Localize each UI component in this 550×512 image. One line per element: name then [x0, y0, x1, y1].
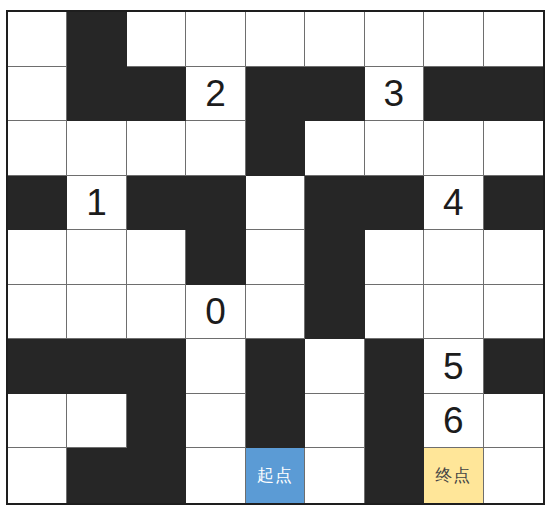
- open-cell-r5c8[interactable]: [484, 285, 543, 340]
- wall-cell-r6c2: [127, 339, 186, 394]
- wall-cell-r6c8: [484, 339, 543, 394]
- open-cell-r2c8[interactable]: [484, 121, 543, 176]
- number-cell-0-r5c3[interactable]: 0: [186, 285, 245, 340]
- wall-cell-r2c4: [246, 121, 305, 176]
- open-cell-r5c7[interactable]: [424, 285, 483, 340]
- wall-cell-r4c5: [305, 230, 364, 285]
- open-cell-r8c0[interactable]: [8, 448, 67, 503]
- open-cell-r0c2[interactable]: [127, 12, 186, 67]
- wall-cell-r1c1: [67, 67, 126, 122]
- open-cell-r4c7[interactable]: [424, 230, 483, 285]
- open-cell-r0c5[interactable]: [305, 12, 364, 67]
- open-cell-r2c2[interactable]: [127, 121, 186, 176]
- wall-cell-r1c4: [246, 67, 305, 122]
- open-cell-r2c3[interactable]: [186, 121, 245, 176]
- number-cell-1-r3c1[interactable]: 1: [67, 176, 126, 231]
- open-cell-r4c6[interactable]: [365, 230, 424, 285]
- puzzle-page: 2314056起点终点: [0, 0, 550, 512]
- open-cell-r0c0[interactable]: [8, 12, 67, 67]
- number-cell-6-r7c7[interactable]: 6: [424, 394, 483, 449]
- wall-cell-r7c4: [246, 394, 305, 449]
- open-cell-r2c1[interactable]: [67, 121, 126, 176]
- open-cell-r6c3[interactable]: [186, 339, 245, 394]
- open-cell-r5c0[interactable]: [8, 285, 67, 340]
- wall-cell-r1c2: [127, 67, 186, 122]
- wall-cell-r3c8: [484, 176, 543, 231]
- wall-cell-r8c1: [67, 448, 126, 503]
- open-cell-r6c5[interactable]: [305, 339, 364, 394]
- end-cell-r8c7[interactable]: 终点: [424, 448, 483, 503]
- wall-cell-r1c7: [424, 67, 483, 122]
- open-cell-r0c8[interactable]: [484, 12, 543, 67]
- open-cell-r2c7[interactable]: [424, 121, 483, 176]
- open-cell-r7c1[interactable]: [67, 394, 126, 449]
- wall-cell-r1c5: [305, 67, 364, 122]
- wall-cell-r3c5: [305, 176, 364, 231]
- wall-cell-r4c3: [186, 230, 245, 285]
- wall-cell-r3c2: [127, 176, 186, 231]
- wall-cell-r5c5: [305, 285, 364, 340]
- open-cell-r2c5[interactable]: [305, 121, 364, 176]
- number-cell-4-r3c7[interactable]: 4: [424, 176, 483, 231]
- open-cell-r1c0[interactable]: [8, 67, 67, 122]
- open-cell-r8c8[interactable]: [484, 448, 543, 503]
- wall-cell-r6c1: [67, 339, 126, 394]
- open-cell-r0c4[interactable]: [246, 12, 305, 67]
- wall-cell-r0c1: [67, 12, 126, 67]
- open-cell-r5c2[interactable]: [127, 285, 186, 340]
- puzzle-board: 2314056起点终点: [6, 10, 545, 505]
- wall-cell-r8c6: [365, 448, 424, 503]
- wall-cell-r6c4: [246, 339, 305, 394]
- wall-cell-r3c6: [365, 176, 424, 231]
- open-cell-r4c2[interactable]: [127, 230, 186, 285]
- open-cell-r4c4[interactable]: [246, 230, 305, 285]
- wall-cell-r8c2: [127, 448, 186, 503]
- open-cell-r5c4[interactable]: [246, 285, 305, 340]
- wall-cell-r3c3: [186, 176, 245, 231]
- wall-cell-r7c6: [365, 394, 424, 449]
- open-cell-r7c3[interactable]: [186, 394, 245, 449]
- open-cell-r7c8[interactable]: [484, 394, 543, 449]
- open-cell-r4c1[interactable]: [67, 230, 126, 285]
- number-cell-2-r1c3[interactable]: 2: [186, 67, 245, 122]
- wall-cell-r1c8: [484, 67, 543, 122]
- wall-cell-r6c6: [365, 339, 424, 394]
- start-cell-r8c4[interactable]: 起点: [246, 448, 305, 503]
- open-cell-r0c3[interactable]: [186, 12, 245, 67]
- open-cell-r3c4[interactable]: [246, 176, 305, 231]
- open-cell-r7c5[interactable]: [305, 394, 364, 449]
- wall-cell-r3c0: [8, 176, 67, 231]
- open-cell-r2c6[interactable]: [365, 121, 424, 176]
- open-cell-r5c1[interactable]: [67, 285, 126, 340]
- open-cell-r2c0[interactable]: [8, 121, 67, 176]
- wall-cell-r7c2: [127, 394, 186, 449]
- open-cell-r4c0[interactable]: [8, 230, 67, 285]
- number-cell-3-r1c6[interactable]: 3: [365, 67, 424, 122]
- open-cell-r5c6[interactable]: [365, 285, 424, 340]
- open-cell-r7c0[interactable]: [8, 394, 67, 449]
- open-cell-r8c5[interactable]: [305, 448, 364, 503]
- open-cell-r0c7[interactable]: [424, 12, 483, 67]
- wall-cell-r6c0: [8, 339, 67, 394]
- open-cell-r8c3[interactable]: [186, 448, 245, 503]
- open-cell-r0c6[interactable]: [365, 12, 424, 67]
- number-cell-5-r6c7[interactable]: 5: [424, 339, 483, 394]
- open-cell-r4c8[interactable]: [484, 230, 543, 285]
